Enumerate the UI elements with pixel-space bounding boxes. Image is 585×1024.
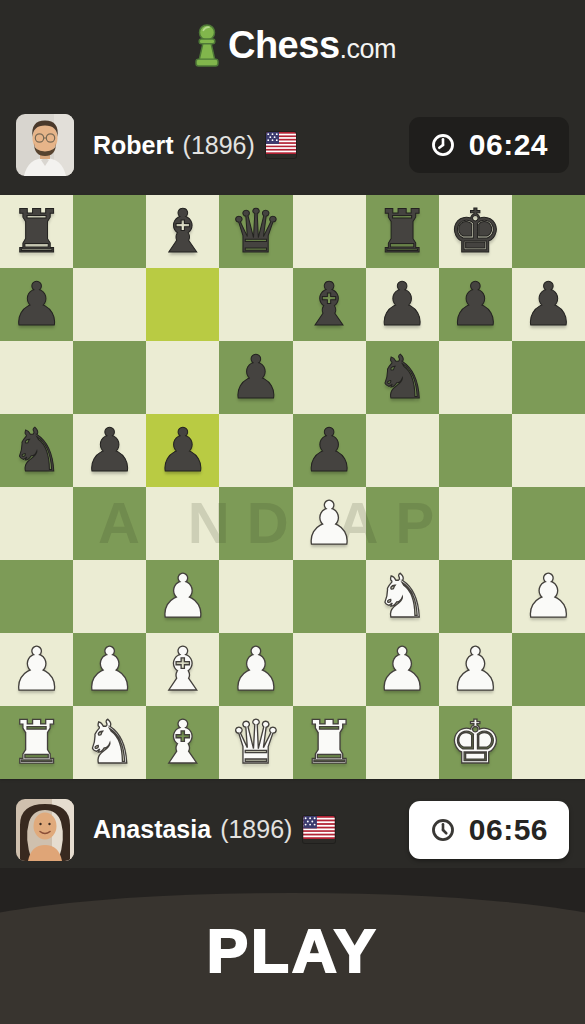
square-a1[interactable]: ♜: [0, 706, 73, 779]
square-e5[interactable]: ♟: [293, 414, 366, 487]
green-pawn-logo-icon: [189, 22, 225, 72]
square-e2[interactable]: [293, 633, 366, 706]
square-f6[interactable]: ♞: [366, 341, 439, 414]
piece-white-bishop[interactable]: ♝: [156, 706, 210, 779]
piece-white-pawn[interactable]: ♟: [229, 633, 283, 706]
player-bottom-name: Anastasia: [93, 815, 211, 844]
piece-black-rook[interactable]: ♜: [10, 195, 64, 268]
square-d3[interactable]: [219, 560, 292, 633]
square-a6[interactable]: [0, 341, 73, 414]
square-h2[interactable]: [512, 633, 585, 706]
piece-black-pawn[interactable]: ♟: [83, 414, 137, 487]
piece-white-rook[interactable]: ♜: [302, 706, 356, 779]
piece-white-pawn[interactable]: ♟: [522, 560, 576, 633]
piece-black-pawn[interactable]: ♟: [448, 268, 502, 341]
clock-icon: [430, 817, 456, 843]
square-f5[interactable]: [366, 414, 439, 487]
clock-icon: [430, 132, 456, 158]
piece-black-pawn[interactable]: ♟: [522, 268, 576, 341]
square-h1[interactable]: [512, 706, 585, 779]
square-d4[interactable]: [219, 487, 292, 560]
square-f2[interactable]: ♟: [366, 633, 439, 706]
square-b1[interactable]: ♞: [73, 706, 146, 779]
square-a5[interactable]: ♞: [0, 414, 73, 487]
square-d8[interactable]: ♛: [219, 195, 292, 268]
square-b2[interactable]: ♟: [73, 633, 146, 706]
chesscom-logo[interactable]: Chess .com: [189, 24, 396, 72]
square-a4[interactable]: [0, 487, 73, 560]
square-e7[interactable]: ♝: [293, 268, 366, 341]
piece-white-pawn[interactable]: ♟: [156, 560, 210, 633]
player-bottom-bar: Anastasia (1896): [0, 777, 585, 882]
square-h5[interactable]: [512, 414, 585, 487]
square-d1[interactable]: ♛: [219, 706, 292, 779]
square-f1[interactable]: [366, 706, 439, 779]
square-c7[interactable]: [146, 268, 219, 341]
piece-black-rook[interactable]: ♜: [375, 195, 429, 268]
square-g3[interactable]: [439, 560, 512, 633]
piece-black-pawn[interactable]: ♟: [229, 341, 283, 414]
square-e8[interactable]: [293, 195, 366, 268]
square-c2[interactable]: ♝: [146, 633, 219, 706]
player-top-bar: Robert (1896): [0, 95, 585, 195]
player-bottom-clock: 06:56: [409, 801, 569, 859]
piece-white-knight[interactable]: ♞: [83, 706, 137, 779]
square-f3[interactable]: ♞: [366, 560, 439, 633]
piece-black-bishop[interactable]: ♝: [302, 268, 356, 341]
square-g4[interactable]: [439, 487, 512, 560]
square-h6[interactable]: [512, 341, 585, 414]
square-c8[interactable]: ♝: [146, 195, 219, 268]
piece-white-pawn[interactable]: ♟: [375, 633, 429, 706]
piece-black-pawn[interactable]: ♟: [156, 414, 210, 487]
square-b5[interactable]: ♟: [73, 414, 146, 487]
piece-black-queen[interactable]: ♛: [229, 195, 283, 268]
square-e4[interactable]: ♟: [293, 487, 366, 560]
square-a3[interactable]: [0, 560, 73, 633]
square-f8[interactable]: ♜: [366, 195, 439, 268]
square-c6[interactable]: [146, 341, 219, 414]
piece-white-queen[interactable]: ♛: [229, 706, 283, 779]
square-d2[interactable]: ♟: [219, 633, 292, 706]
piece-white-pawn[interactable]: ♟: [10, 633, 64, 706]
piece-black-pawn[interactable]: ♟: [302, 414, 356, 487]
us-flag-icon: [266, 132, 296, 158]
square-g8[interactable]: ♚: [439, 195, 512, 268]
logo-text: Chess: [228, 24, 340, 67]
piece-white-knight[interactable]: ♞: [375, 560, 429, 633]
player-top-name: Robert: [93, 131, 174, 160]
player-bottom-avatar[interactable]: [16, 799, 74, 861]
square-e6[interactable]: [293, 341, 366, 414]
app-header: Chess .com: [0, 0, 585, 95]
square-f4[interactable]: [366, 487, 439, 560]
piece-black-king[interactable]: ♚: [448, 195, 502, 268]
square-e1[interactable]: ♜: [293, 706, 366, 779]
piece-black-knight[interactable]: ♞: [10, 414, 64, 487]
square-c5[interactable]: ♟: [146, 414, 219, 487]
player-bottom-rating: (1896): [220, 815, 292, 844]
player-top-rating: (1896): [183, 131, 255, 160]
square-d5[interactable]: [219, 414, 292, 487]
square-g5[interactable]: [439, 414, 512, 487]
chess-app-screen: Chess .com Robert (1896): [0, 0, 585, 1024]
player-top-avatar[interactable]: [16, 114, 74, 176]
square-g6[interactable]: [439, 341, 512, 414]
square-b7[interactable]: [73, 268, 146, 341]
piece-white-pawn[interactable]: ♟: [448, 633, 502, 706]
square-e3[interactable]: [293, 560, 366, 633]
piece-white-pawn[interactable]: ♟: [83, 633, 137, 706]
square-c4[interactable]: [146, 487, 219, 560]
bottom-sheet: PLAY: [0, 893, 585, 1024]
piece-white-king[interactable]: ♚: [448, 706, 502, 779]
player-top-time: 06:24: [469, 128, 548, 162]
piece-black-bishop[interactable]: ♝: [156, 195, 210, 268]
logo-suffix: .com: [340, 34, 397, 65]
player-top-clock: 06:24: [409, 117, 569, 173]
square-g7[interactable]: ♟: [439, 268, 512, 341]
square-d7[interactable]: [219, 268, 292, 341]
player-bottom-time: 06:56: [469, 813, 548, 847]
square-d6[interactable]: ♟: [219, 341, 292, 414]
square-g2[interactable]: ♟: [439, 633, 512, 706]
piece-white-rook[interactable]: ♜: [10, 706, 64, 779]
piece-black-pawn[interactable]: ♟: [10, 268, 64, 341]
play-button[interactable]: PLAY: [0, 915, 585, 986]
square-h8[interactable]: [512, 195, 585, 268]
square-h3[interactable]: ♟: [512, 560, 585, 633]
piece-black-knight[interactable]: ♞: [375, 341, 429, 414]
piece-white-bishop[interactable]: ♝: [156, 633, 210, 706]
square-b8[interactable]: [73, 195, 146, 268]
square-h7[interactable]: ♟: [512, 268, 585, 341]
square-a7[interactable]: ♟: [0, 268, 73, 341]
us-flag-icon: [303, 816, 335, 843]
square-b3[interactable]: [73, 560, 146, 633]
square-a8[interactable]: ♜: [0, 195, 73, 268]
square-c3[interactable]: ♟: [146, 560, 219, 633]
player-top-info: Robert (1896): [93, 131, 296, 160]
square-c1[interactable]: ♝: [146, 706, 219, 779]
piece-black-pawn[interactable]: ♟: [375, 268, 429, 341]
square-b6[interactable]: [73, 341, 146, 414]
piece-white-pawn[interactable]: ♟: [302, 487, 356, 560]
square-b4[interactable]: [73, 487, 146, 560]
square-g1[interactable]: ♚: [439, 706, 512, 779]
square-a2[interactable]: ♟: [0, 633, 73, 706]
square-f7[interactable]: ♟: [366, 268, 439, 341]
square-h4[interactable]: [512, 487, 585, 560]
player-bottom-info: Anastasia (1896): [93, 815, 335, 844]
chess-board: A ND AP ♜♝♛♜♚♟♝♟♟♟♟♞♞♟♟♟♟♟♞♟♟♟♝♟♟♟♜♞♝♛♜♚: [0, 195, 585, 777]
